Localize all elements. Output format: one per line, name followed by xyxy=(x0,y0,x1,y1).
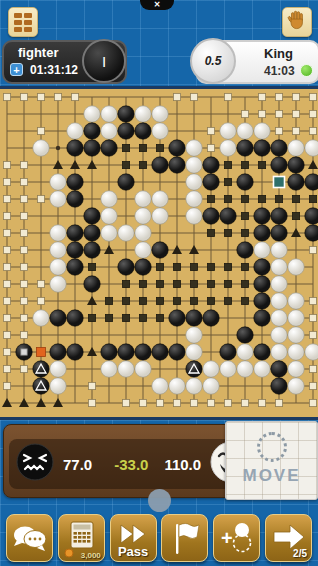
raised-hand-icon xyxy=(286,9,308,35)
white-player-name: King xyxy=(264,46,293,61)
page-fraction: 2/5 xyxy=(266,548,311,559)
resign-button[interactable] xyxy=(161,514,208,562)
komi-label: 0.5 xyxy=(205,54,222,68)
dotted-circle-icon xyxy=(257,432,287,462)
online-status-dot xyxy=(300,64,313,77)
bottom-toolbar: 3,000 Pass + xyxy=(0,514,318,562)
pass-button[interactable]: Pass xyxy=(110,514,157,562)
grid-menu-icon xyxy=(14,13,32,32)
counting-button[interactable]: 3,000 xyxy=(58,514,105,562)
black-player-name: fighter xyxy=(18,45,58,60)
drag-handle[interactable] xyxy=(148,489,171,512)
next-button[interactable]: 2/5 xyxy=(265,514,312,562)
add-stone-button[interactable]: + xyxy=(213,514,260,562)
move-label: MOVE xyxy=(226,466,317,486)
hand-button[interactable] xyxy=(282,7,312,37)
plus-icon[interactable]: + xyxy=(10,63,23,76)
move-button[interactable]: MOVE xyxy=(225,421,318,500)
menu-button[interactable] xyxy=(8,7,38,37)
white-stone-indicator: 0.5 xyxy=(190,38,236,84)
black-player-panel: fighter + 01:31:12 I xyxy=(2,40,127,84)
black-stone-indicator: I xyxy=(82,39,126,83)
black-player-time: 01:31:12 xyxy=(30,63,78,77)
go-board[interactable] xyxy=(0,86,318,420)
player-bar: fighter + 01:31:12 I VS 0.5 King 41:03 xyxy=(0,38,318,86)
white-player-time: 41:03 xyxy=(264,64,295,78)
white-score: 110.0 xyxy=(164,456,201,473)
coin-amount: 3,000 xyxy=(59,551,104,560)
black-score: 77.0 xyxy=(63,456,92,473)
notification-tab[interactable]: ✕ xyxy=(140,0,174,10)
white-player-panel: 0.5 King 41:03 xyxy=(196,40,318,84)
score-panel: 77.0 -33.0 110.0 xyxy=(3,424,257,498)
black-stone-label: I xyxy=(102,53,106,70)
svg-text:+: + xyxy=(221,527,233,549)
chat-button[interactable] xyxy=(6,514,53,562)
black-angry-emoji xyxy=(15,442,55,486)
score-difference: -33.0 xyxy=(114,456,148,473)
pass-label: Pass xyxy=(111,544,156,559)
